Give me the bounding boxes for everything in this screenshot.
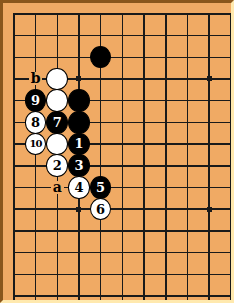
black-stone-move-1: 1 [68,133,90,156]
star-point [198,68,220,90]
point-4-5 [68,90,90,112]
white-stone [46,68,68,91]
point-2-6: 8 [25,111,47,133]
white-stone [46,133,68,156]
black-stone-move-7: 7 [46,111,68,134]
star-point-dot [76,76,81,81]
point-5-10: 6 [90,198,112,220]
white-stone [46,89,68,112]
letter-point-b: b [25,68,47,90]
point-4-6 [68,111,90,133]
white-stone-move-6: 6 [90,198,112,221]
letter-point-a: a [46,177,68,199]
star-point [68,68,90,90]
point-3-4 [46,68,68,90]
black-stone-move-3: 3 [68,154,90,177]
go-board: ba98710123456 [3,3,234,303]
black-stone [68,111,90,134]
point-5-9: 5 [90,177,112,199]
white-stone-move-4: 4 [68,176,90,199]
point-4-7: 1 [68,133,90,155]
point-3-6: 7 [46,111,68,133]
point-2-7: 10 [25,133,47,155]
point-3-5 [46,90,68,112]
star-point-dot [207,207,212,212]
point-4-8: 3 [68,155,90,177]
point-3-8: 2 [46,155,68,177]
point-4-9: 4 [68,177,90,199]
white-stone-move-8: 8 [25,111,47,134]
letter-label: a [51,181,64,194]
white-stone-move-10: 10 [25,133,47,156]
letter-label: b [29,72,43,85]
black-stone-move-5: 5 [90,176,112,199]
go-diagram: ba98710123456 [0,0,234,303]
point-5-3 [90,46,112,68]
black-stone-move-9: 9 [25,89,47,112]
star-point-dot [207,76,212,81]
black-stone [68,89,90,112]
star-point [198,198,220,220]
white-stone-move-2: 2 [46,154,68,177]
black-stone [90,46,112,69]
star-point [68,198,90,220]
star-point-dot [76,207,81,212]
point-3-7 [46,133,68,155]
point-2-5: 9 [25,90,47,112]
